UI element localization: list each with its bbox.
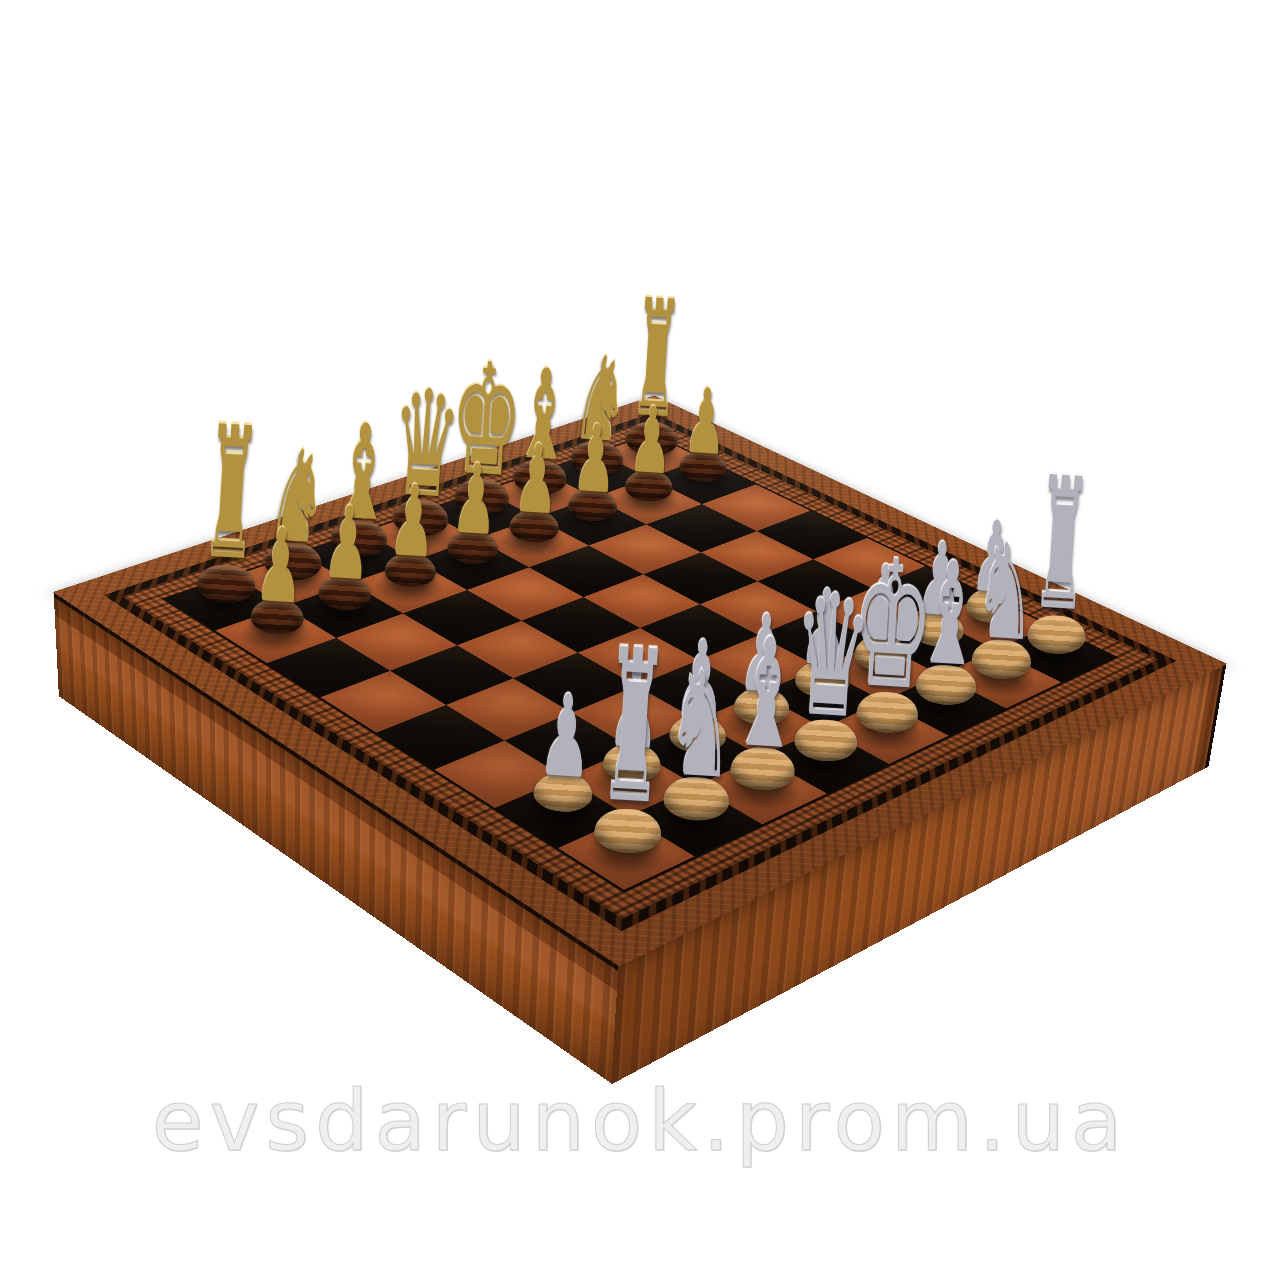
piece-gold-pawn-a2[interactable]: ♟: [230, 517, 328, 636]
product-photo: ♜♞♝♛♚♝♞♜♟♟♟♟♟♟♟♟♟♟♟♟♟♟♟♟♜♞♝♛♚♝♞♜ evsdaru…: [0, 0, 1280, 1280]
pawn-glyph: ♟: [253, 519, 306, 615]
watermark: evsdarunok.prom.ua: [0, 1072, 1280, 1170]
rook-glyph: ♜: [598, 630, 670, 826]
piece-silver-rook-a8[interactable]: ♜: [554, 672, 709, 856]
pawn-glyph: ♟: [322, 497, 374, 592]
pawn-glyph: ♟: [387, 475, 438, 568]
